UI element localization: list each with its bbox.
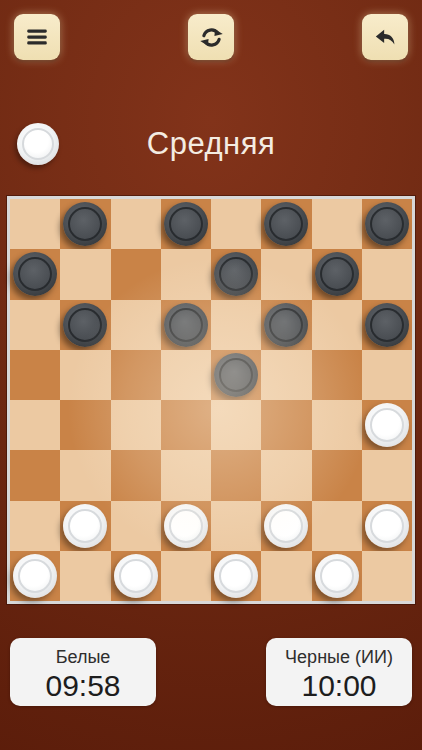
- square-c5[interactable]: [111, 350, 161, 400]
- square-g5[interactable]: [312, 350, 362, 400]
- square-d2[interactable]: [161, 501, 211, 551]
- square-b3: [60, 450, 110, 500]
- square-a2: [10, 501, 60, 551]
- square-f7: [261, 249, 311, 299]
- white-clock-card: Белые 09:58: [10, 638, 156, 706]
- square-d1: [161, 551, 211, 601]
- piece-white[interactable]: [63, 504, 107, 548]
- piece-black[interactable]: [315, 252, 359, 296]
- square-e3[interactable]: [211, 450, 261, 500]
- square-d5: [161, 350, 211, 400]
- refresh-icon: [198, 24, 225, 51]
- square-b8[interactable]: [60, 199, 110, 249]
- square-h8[interactable]: [362, 199, 412, 249]
- square-g1[interactable]: [312, 551, 362, 601]
- piece-white[interactable]: [164, 504, 208, 548]
- square-a3[interactable]: [10, 450, 60, 500]
- square-h5: [362, 350, 412, 400]
- square-a8: [10, 199, 60, 249]
- piece-black[interactable]: [164, 202, 208, 246]
- hamburger-icon: [24, 24, 50, 50]
- piece-white[interactable]: [114, 554, 158, 598]
- square-d3: [161, 450, 211, 500]
- square-e4: [211, 400, 261, 450]
- black-clock-label: Черные (ИИ): [266, 647, 412, 668]
- white-clock-label: Белые: [10, 647, 156, 668]
- square-c7[interactable]: [111, 249, 161, 299]
- square-f5: [261, 350, 311, 400]
- piece-black[interactable]: [214, 252, 258, 296]
- restart-button[interactable]: [188, 14, 234, 60]
- square-e6: [211, 300, 261, 350]
- square-a4: [10, 400, 60, 450]
- square-c6: [111, 300, 161, 350]
- square-f6[interactable]: [261, 300, 311, 350]
- square-h7: [362, 249, 412, 299]
- square-g8: [312, 199, 362, 249]
- square-h1: [362, 551, 412, 601]
- square-e5[interactable]: [211, 350, 261, 400]
- square-c4: [111, 400, 161, 450]
- square-d8[interactable]: [161, 199, 211, 249]
- piece-white[interactable]: [214, 554, 258, 598]
- square-h2[interactable]: [362, 501, 412, 551]
- square-f1: [261, 551, 311, 601]
- white-clock-time: 09:58: [10, 669, 156, 703]
- square-g4: [312, 400, 362, 450]
- piece-black[interactable]: [264, 303, 308, 347]
- black-clock-time: 10:00: [266, 669, 412, 703]
- square-b2[interactable]: [60, 501, 110, 551]
- square-c1[interactable]: [111, 551, 161, 601]
- square-g6: [312, 300, 362, 350]
- undo-button[interactable]: [362, 14, 408, 60]
- black-clock-card: Черные (ИИ) 10:00: [266, 638, 412, 706]
- square-b5: [60, 350, 110, 400]
- square-e7[interactable]: [211, 249, 261, 299]
- square-f3: [261, 450, 311, 500]
- square-g2: [312, 501, 362, 551]
- piece-black[interactable]: [63, 303, 107, 347]
- square-a5[interactable]: [10, 350, 60, 400]
- square-c3[interactable]: [111, 450, 161, 500]
- square-d6[interactable]: [161, 300, 211, 350]
- menu-button[interactable]: [14, 14, 60, 60]
- square-a6: [10, 300, 60, 350]
- piece-black[interactable]: [365, 303, 409, 347]
- piece-white[interactable]: [365, 403, 409, 447]
- piece-black[interactable]: [63, 202, 107, 246]
- square-a1[interactable]: [10, 551, 60, 601]
- board-grid: [10, 199, 412, 601]
- square-b1: [60, 551, 110, 601]
- square-b6[interactable]: [60, 300, 110, 350]
- square-h4[interactable]: [362, 400, 412, 450]
- piece-white[interactable]: [315, 554, 359, 598]
- square-e8: [211, 199, 261, 249]
- square-e1[interactable]: [211, 551, 261, 601]
- square-f8[interactable]: [261, 199, 311, 249]
- piece-white[interactable]: [13, 554, 57, 598]
- square-g7[interactable]: [312, 249, 362, 299]
- square-e2: [211, 501, 261, 551]
- piece-black[interactable]: [164, 303, 208, 347]
- piece-black[interactable]: [214, 353, 258, 397]
- square-h6[interactable]: [362, 300, 412, 350]
- square-g3[interactable]: [312, 450, 362, 500]
- square-a7[interactable]: [10, 249, 60, 299]
- square-f2[interactable]: [261, 501, 311, 551]
- square-b4[interactable]: [60, 400, 110, 450]
- square-c8: [111, 199, 161, 249]
- difficulty-title: Средняя: [0, 126, 422, 162]
- square-h3: [362, 450, 412, 500]
- piece-black[interactable]: [13, 252, 57, 296]
- square-c2: [111, 501, 161, 551]
- piece-white[interactable]: [264, 504, 308, 548]
- piece-white[interactable]: [365, 504, 409, 548]
- square-f4[interactable]: [261, 400, 311, 450]
- square-d7: [161, 249, 211, 299]
- piece-black[interactable]: [264, 202, 308, 246]
- checkers-board: [7, 196, 415, 604]
- square-b7: [60, 249, 110, 299]
- piece-black[interactable]: [365, 202, 409, 246]
- back-arrow-icon: [372, 24, 399, 51]
- square-d4[interactable]: [161, 400, 211, 450]
